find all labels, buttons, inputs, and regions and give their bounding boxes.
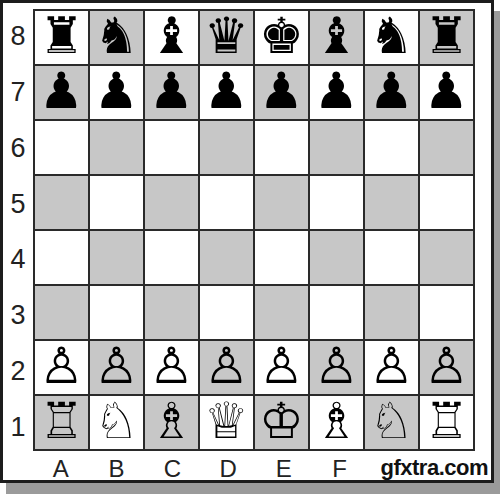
square-h2[interactable]: ♙ [420,341,473,394]
square-e1[interactable]: ♔ [255,396,308,449]
square-e3[interactable] [255,286,308,339]
square-a7[interactable]: ♟ [35,66,88,119]
square-b2[interactable]: ♙ [90,341,143,394]
piece-white-pawn: ♙ [39,341,84,393]
piece-white-knight: ♘ [369,396,414,448]
rank-label-4: 4 [3,232,33,288]
square-g4[interactable] [365,231,418,284]
square-c7[interactable]: ♟ [145,66,198,119]
square-f7[interactable]: ♟ [310,66,363,119]
square-h6[interactable] [420,121,473,174]
piece-black-bishop: ♝ [149,11,194,63]
square-e5[interactable] [255,176,308,229]
rank-label-6: 6 [3,121,33,177]
square-g2[interactable]: ♙ [365,341,418,394]
diagram-frame: 87654321 ♜♞♝♛♚♝♞♜♟♟♟♟♟♟♟♟♙♙♙♙♙♙♙♙♖♘♗♕♔♗♘… [0,0,494,483]
file-label-b: B [89,455,145,483]
square-c4[interactable] [145,231,198,284]
piece-white-rook: ♖ [424,396,469,448]
piece-white-queen: ♕ [204,396,249,448]
square-h7[interactable]: ♟ [420,66,473,119]
square-a4[interactable] [35,231,88,284]
piece-black-king: ♚ [259,11,304,63]
piece-white-bishop: ♗ [149,396,194,448]
file-label-f: F [312,455,368,483]
square-a8[interactable]: ♜ [35,11,88,64]
piece-white-bishop: ♗ [314,396,359,448]
piece-black-bishop: ♝ [314,11,359,63]
square-c1[interactable]: ♗ [145,396,198,449]
square-f1[interactable]: ♗ [310,396,363,449]
square-g6[interactable] [365,121,418,174]
piece-black-pawn: ♟ [314,66,359,118]
square-e2[interactable]: ♙ [255,341,308,394]
square-d5[interactable] [200,176,253,229]
piece-black-rook: ♜ [424,11,469,63]
piece-white-pawn: ♙ [314,341,359,393]
rank-label-5: 5 [3,176,33,232]
square-f6[interactable] [310,121,363,174]
rank-labels-column: 87654321 [3,9,33,455]
chess-board: ♜♞♝♛♚♝♞♜♟♟♟♟♟♟♟♟♙♙♙♙♙♙♙♙♖♘♗♕♔♗♘♖ [33,9,475,451]
piece-black-pawn: ♟ [204,66,249,118]
piece-black-knight: ♞ [94,11,139,63]
square-d2[interactable]: ♙ [200,341,253,394]
square-b6[interactable] [90,121,143,174]
square-c8[interactable]: ♝ [145,11,198,64]
piece-white-pawn: ♙ [149,341,194,393]
square-h1[interactable]: ♖ [420,396,473,449]
piece-white-pawn: ♙ [369,341,414,393]
rank-label-3: 3 [3,288,33,344]
square-e6[interactable] [255,121,308,174]
square-b7[interactable]: ♟ [90,66,143,119]
square-b1[interactable]: ♘ [90,396,143,449]
rank-label-8: 8 [3,9,33,65]
square-c2[interactable]: ♙ [145,341,198,394]
piece-white-knight: ♘ [94,396,139,448]
square-h5[interactable] [420,176,473,229]
square-a3[interactable] [35,286,88,339]
square-f8[interactable]: ♝ [310,11,363,64]
piece-black-queen: ♛ [204,11,249,63]
file-label-c: C [145,455,201,483]
square-g7[interactable]: ♟ [365,66,418,119]
square-b5[interactable] [90,176,143,229]
square-e4[interactable] [255,231,308,284]
file-label-e: E [256,455,312,483]
piece-white-pawn: ♙ [259,341,304,393]
piece-black-pawn: ♟ [149,66,194,118]
rank-label-7: 7 [3,65,33,121]
piece-black-knight: ♞ [369,11,414,63]
square-b3[interactable] [90,286,143,339]
piece-white-pawn: ♙ [204,341,249,393]
square-f3[interactable] [310,286,363,339]
square-d1[interactable]: ♕ [200,396,253,449]
square-g5[interactable] [365,176,418,229]
square-e7[interactable]: ♟ [255,66,308,119]
square-d4[interactable] [200,231,253,284]
piece-black-pawn: ♟ [259,66,304,118]
square-g8[interactable]: ♞ [365,11,418,64]
square-c5[interactable] [145,176,198,229]
square-d6[interactable] [200,121,253,174]
watermark-text: gfxtra.com [377,456,488,480]
square-d3[interactable] [200,286,253,339]
rank-label-2: 2 [3,344,33,400]
piece-black-pawn: ♟ [39,66,84,118]
square-a5[interactable] [35,176,88,229]
square-c3[interactable] [145,286,198,339]
square-d8[interactable]: ♛ [200,11,253,64]
rank-label-1: 1 [3,399,33,455]
square-a6[interactable] [35,121,88,174]
piece-white-pawn: ♙ [94,341,139,393]
file-label-a: A [33,455,89,483]
piece-black-pawn: ♟ [94,66,139,118]
piece-white-king: ♔ [259,396,304,448]
square-d7[interactable]: ♟ [200,66,253,119]
square-f5[interactable] [310,176,363,229]
file-label-d: D [200,455,256,483]
square-b8[interactable]: ♞ [90,11,143,64]
square-a2[interactable]: ♙ [35,341,88,394]
square-a1[interactable]: ♖ [35,396,88,449]
piece-white-pawn: ♙ [424,341,469,393]
square-e8[interactable]: ♚ [255,11,308,64]
piece-white-rook: ♖ [39,396,84,448]
square-c6[interactable] [145,121,198,174]
square-g1[interactable]: ♘ [365,396,418,449]
square-g3[interactable] [365,286,418,339]
square-h4[interactable] [420,231,473,284]
square-b4[interactable] [90,231,143,284]
square-f2[interactable]: ♙ [310,341,363,394]
piece-black-pawn: ♟ [369,66,414,118]
square-h3[interactable] [420,286,473,339]
piece-black-pawn: ♟ [424,66,469,118]
piece-black-rook: ♜ [39,11,84,63]
square-f4[interactable] [310,231,363,284]
square-h8[interactable]: ♜ [420,11,473,64]
